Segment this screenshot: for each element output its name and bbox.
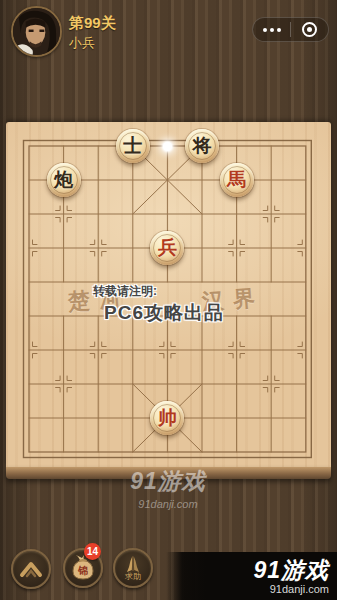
help-button[interactable]: 求助	[113, 548, 153, 588]
piece-馬[interactable]: 馬	[220, 163, 254, 197]
game-screen: 第99关 小兵 楚河 汉界 士将炮馬兵帅 转载请注明: PC6攻略出品 91游戏…	[0, 0, 337, 600]
pc6-watermark-brand: PC6攻略出品	[104, 300, 224, 326]
more-menu-icon[interactable]	[253, 18, 290, 41]
piece-glyph: 帅	[158, 401, 177, 435]
player-avatar[interactable]	[11, 6, 62, 57]
center-watermark-url: 91danji.com	[98, 498, 238, 510]
last-move-indicator	[163, 142, 172, 151]
miniprogram-capsule	[252, 17, 329, 42]
chevron-up-icon	[19, 559, 43, 579]
piece-士[interactable]: 士	[116, 129, 150, 163]
level-subtitle: 小兵	[69, 34, 95, 52]
collapse-button[interactable]	[11, 549, 51, 589]
piece-glyph: 士	[123, 129, 142, 163]
corner-watermark: 91游戏 91danji.com	[166, 552, 337, 600]
pc6-watermark-note: 转载请注明:	[93, 283, 224, 300]
close-target-icon[interactable]	[291, 18, 328, 41]
tips-badge: 14	[84, 543, 101, 560]
piece-glyph: 将	[193, 129, 212, 163]
board-edge-bevel	[6, 467, 331, 479]
piece-将[interactable]: 将	[185, 129, 219, 163]
piece-炮[interactable]: 炮	[47, 163, 81, 197]
level-label: 第99关	[69, 14, 116, 33]
corner-watermark-logo: 91游戏	[166, 558, 329, 582]
help-button-label: 求助	[125, 573, 141, 581]
pc6-watermark: 转载请注明: PC6攻略出品	[93, 283, 224, 326]
svg-text:锦: 锦	[77, 565, 88, 576]
avatar-portrait	[13, 8, 60, 55]
piece-glyph: 炮	[54, 163, 73, 197]
piece-glyph: 兵	[158, 231, 177, 265]
piece-glyph: 馬	[227, 163, 246, 197]
corner-watermark-url: 91danji.com	[166, 583, 329, 595]
